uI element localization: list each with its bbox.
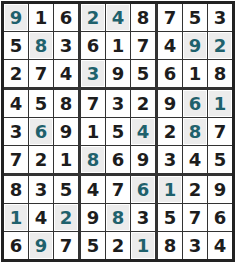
sudoku-cell-r2c2[interactable]: 8 <box>30 33 52 58</box>
sudoku-cell-r5c2[interactable]: 6 <box>30 119 52 144</box>
sudoku-cell-r8c2[interactable]: 4 <box>30 205 52 230</box>
sudoku-cell-r2c8[interactable]: 9 <box>184 33 206 58</box>
sudoku-cell-r6c7[interactable]: 3 <box>159 147 181 172</box>
sudoku-cell-r5c1[interactable]: 3 <box>5 119 27 144</box>
sudoku-cell-r8c5[interactable]: 8 <box>107 205 129 230</box>
sudoku-cell-r8c4[interactable]: 9 <box>82 205 104 230</box>
sudoku-cell-r6c3[interactable]: 1 <box>55 147 77 172</box>
sudoku-cell-r7c7[interactable]: 1 <box>159 177 181 202</box>
sudoku-cell-r7c6[interactable]: 6 <box>132 177 154 202</box>
sudoku-cell-r7c3[interactable]: 5 <box>55 177 77 202</box>
sudoku-cell-r8c8[interactable]: 7 <box>184 205 206 230</box>
grid-line-vertical <box>53 4 54 259</box>
sudoku-cell-r4c2[interactable]: 5 <box>30 91 52 116</box>
sudoku-cell-r4c3[interactable]: 8 <box>55 91 77 116</box>
sudoku-cell-r8c6[interactable]: 3 <box>132 205 154 230</box>
sudoku-cell-r7c1[interactable]: 8 <box>5 177 27 202</box>
sudoku-cell-r3c4[interactable]: 3 <box>82 61 104 86</box>
sudoku-board: 9162487535836174922743956184587329613691… <box>1 1 235 262</box>
sudoku-cell-r3c9[interactable]: 8 <box>209 61 231 86</box>
sudoku-cell-r6c2[interactable]: 2 <box>30 147 52 172</box>
sudoku-cell-r9c1[interactable]: 6 <box>5 233 27 258</box>
sudoku-cell-r6c8[interactable]: 4 <box>184 147 206 172</box>
grid-line-vertical <box>28 4 29 259</box>
sudoku-cell-r4c9[interactable]: 1 <box>209 91 231 116</box>
sudoku-cell-r6c5[interactable]: 6 <box>107 147 129 172</box>
sudoku-cell-r4c6[interactable]: 2 <box>132 91 154 116</box>
sudoku-cell-r9c8[interactable]: 3 <box>184 233 206 258</box>
sudoku-cell-r1c4[interactable]: 2 <box>82 5 104 30</box>
sudoku-cell-r4c5[interactable]: 3 <box>107 91 129 116</box>
sudoku-cell-r9c9[interactable]: 4 <box>209 233 231 258</box>
sudoku-cell-r5c7[interactable]: 2 <box>159 119 181 144</box>
sudoku-cell-r3c6[interactable]: 5 <box>132 61 154 86</box>
sudoku-cell-r1c2[interactable]: 1 <box>30 5 52 30</box>
sudoku-cell-r5c6[interactable]: 4 <box>132 119 154 144</box>
sudoku-cell-r5c8[interactable]: 8 <box>184 119 206 144</box>
sudoku-cell-r2c1[interactable]: 5 <box>5 33 27 58</box>
sudoku-cell-r7c9[interactable]: 9 <box>209 177 231 202</box>
sudoku-cell-r1c9[interactable]: 3 <box>209 5 231 30</box>
sudoku-cell-r9c6[interactable]: 1 <box>132 233 154 258</box>
grid-line-vertical <box>105 4 106 259</box>
sudoku-cell-r7c4[interactable]: 4 <box>82 177 104 202</box>
grid-line-horizontal <box>4 117 232 118</box>
grid-line-horizontal <box>4 173 232 176</box>
sudoku-cell-r8c9[interactable]: 6 <box>209 205 231 230</box>
sudoku-cell-r4c1[interactable]: 4 <box>5 91 27 116</box>
sudoku-cell-r2c7[interactable]: 4 <box>159 33 181 58</box>
sudoku-cell-r6c6[interactable]: 9 <box>132 147 154 172</box>
grid-line-vertical <box>155 4 158 259</box>
grid-line-vertical <box>78 4 81 259</box>
sudoku-cell-r6c9[interactable]: 5 <box>209 147 231 172</box>
sudoku-cell-r2c4[interactable]: 6 <box>82 33 104 58</box>
sudoku-cell-r3c5[interactable]: 9 <box>107 61 129 86</box>
sudoku-cell-r3c7[interactable]: 6 <box>159 61 181 86</box>
sudoku-cell-r5c4[interactable]: 1 <box>82 119 104 144</box>
sudoku-cell-r3c1[interactable]: 2 <box>5 61 27 86</box>
grid-line-horizontal <box>4 145 232 146</box>
grid-line-vertical <box>182 4 183 259</box>
grid-line-vertical <box>130 4 131 259</box>
sudoku-cell-r5c5[interactable]: 5 <box>107 119 129 144</box>
sudoku-cell-r2c6[interactable]: 7 <box>132 33 154 58</box>
sudoku-cell-r2c3[interactable]: 3 <box>55 33 77 58</box>
sudoku-cell-r1c7[interactable]: 7 <box>159 5 181 30</box>
sudoku-cell-r2c9[interactable]: 2 <box>209 33 231 58</box>
sudoku-cell-r4c8[interactable]: 6 <box>184 91 206 116</box>
sudoku-cell-r7c2[interactable]: 3 <box>30 177 52 202</box>
sudoku-cell-r1c3[interactable]: 6 <box>55 5 77 30</box>
sudoku-cell-r1c1[interactable]: 9 <box>5 5 27 30</box>
sudoku-cell-r8c7[interactable]: 5 <box>159 205 181 230</box>
sudoku-cell-r5c3[interactable]: 9 <box>55 119 77 144</box>
sudoku-cell-r5c9[interactable]: 7 <box>209 119 231 144</box>
grid-line-horizontal <box>4 231 232 232</box>
grid-line-horizontal <box>4 87 232 90</box>
sudoku-cell-r2c5[interactable]: 1 <box>107 33 129 58</box>
sudoku-cell-r9c7[interactable]: 8 <box>159 233 181 258</box>
sudoku-cell-r9c4[interactable]: 5 <box>82 233 104 258</box>
sudoku-cell-r9c2[interactable]: 9 <box>30 233 52 258</box>
sudoku-cell-r6c4[interactable]: 8 <box>82 147 104 172</box>
grid-line-horizontal <box>4 203 232 204</box>
sudoku-cell-r9c3[interactable]: 7 <box>55 233 77 258</box>
sudoku-cell-r4c7[interactable]: 9 <box>159 91 181 116</box>
sudoku-cell-r1c8[interactable]: 5 <box>184 5 206 30</box>
grid-line-horizontal <box>4 31 232 32</box>
sudoku-cell-r8c3[interactable]: 2 <box>55 205 77 230</box>
sudoku-cell-r8c1[interactable]: 1 <box>5 205 27 230</box>
grid-line-horizontal <box>4 59 232 60</box>
sudoku-cell-r3c3[interactable]: 4 <box>55 61 77 86</box>
sudoku-cell-r1c6[interactable]: 8 <box>132 5 154 30</box>
sudoku-cell-r7c5[interactable]: 7 <box>107 177 129 202</box>
sudoku-cell-r1c5[interactable]: 4 <box>107 5 129 30</box>
sudoku-cell-r3c2[interactable]: 7 <box>30 61 52 86</box>
grid-line-vertical <box>207 4 208 259</box>
sudoku-cell-r3c8[interactable]: 1 <box>184 61 206 86</box>
sudoku-cell-r9c5[interactable]: 2 <box>107 233 129 258</box>
sudoku-cell-r6c1[interactable]: 7 <box>5 147 27 172</box>
sudoku-cell-r4c4[interactable]: 7 <box>82 91 104 116</box>
sudoku-cell-r7c8[interactable]: 2 <box>184 177 206 202</box>
